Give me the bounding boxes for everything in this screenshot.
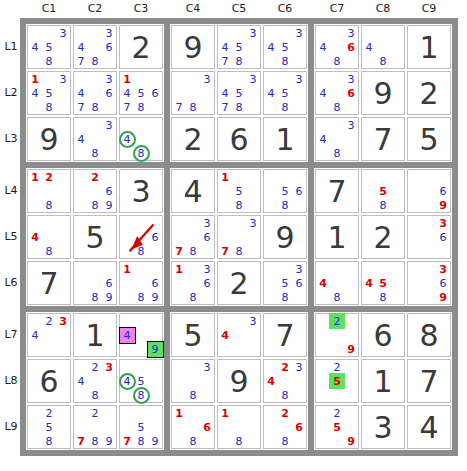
empty-pos-9 (200, 434, 214, 448)
candidate-pos-4: 4 (28, 40, 42, 54)
cell-L1C9[interactable]: 1 (407, 25, 451, 69)
solved-digit: 6 (362, 314, 404, 356)
empty-pos-5 (422, 184, 436, 198)
cell-L2C9[interactable]: 2 (407, 71, 451, 115)
empty-pos-8 (42, 342, 56, 356)
candidate-pos-4: 4 (316, 86, 330, 100)
candidate-pos-4: 4 (264, 374, 278, 388)
candidate-grid: 3458 (264, 26, 306, 68)
cell-L5C7[interactable]: 1 (315, 215, 359, 259)
candidate-pos-2: 2 (42, 170, 56, 184)
cell-L7C2[interactable]: 1 (73, 313, 117, 357)
candidate-pos-8: 8 (278, 198, 292, 212)
cell-L9C1[interactable]: 258 (27, 405, 71, 449)
empty-pos-3 (292, 406, 306, 420)
candidate-pos-3: 3 (56, 26, 70, 40)
empty-pos-3 (246, 406, 260, 420)
candidate-3: 3 (106, 120, 113, 131)
candidate-8: 8 (46, 246, 53, 257)
candidate-pos-8: 8 (232, 198, 246, 212)
candidate-pos-1: 1 (218, 170, 232, 184)
empty-pos-5 (330, 132, 344, 146)
empty-pos-2 (330, 118, 344, 132)
cell-L8C6[interactable]: 2348 (263, 359, 307, 403)
candidate-pos-4: 4 (218, 40, 232, 54)
empty-pos-6 (148, 374, 162, 388)
cell-L5C3[interactable]: 68 (119, 215, 163, 259)
empty-pos-1 (408, 262, 422, 276)
candidate-grid: 369 (408, 262, 450, 304)
cell-L3C4[interactable]: 2 (171, 117, 215, 161)
empty-pos-7 (218, 434, 232, 448)
cell-L3C7[interactable]: 348 (315, 117, 359, 161)
empty-pos-6 (246, 420, 260, 434)
cell-L6C6[interactable]: 3568 (263, 261, 307, 305)
cell-L2C1[interactable]: 13458 (27, 71, 71, 115)
empty-pos-5 (134, 276, 148, 290)
candidate-pos-6: 6 (200, 276, 214, 290)
candidate-pos-3: 3 (102, 26, 116, 40)
empty-pos-9 (56, 198, 70, 212)
cell-L9C9[interactable]: 4 (407, 405, 451, 449)
empty-pos-6 (246, 86, 260, 100)
cell-L1C3[interactable]: 2 (119, 25, 163, 69)
cell-L4C7[interactable]: 7 (315, 169, 359, 213)
cell-L7C5[interactable]: 34 (217, 313, 261, 357)
solved-digit: 9 (362, 72, 404, 114)
candidate-pos-9: 9 (148, 342, 162, 356)
solved-digit: 2 (172, 118, 214, 160)
cell-L4C5[interactable]: 158 (217, 169, 261, 213)
cell-L2C7[interactable]: 3468 (315, 71, 359, 115)
empty-pos-3 (246, 170, 260, 184)
cell-L8C7[interactable]: 25 (315, 359, 359, 403)
candidate-pos-8: 8 (88, 434, 102, 448)
empty-pos-2 (42, 72, 56, 86)
candidate-8-circle: 8 (133, 145, 150, 162)
candidate-pos-6: 6 (102, 184, 116, 198)
candidate-grid: 38 (172, 360, 214, 402)
candidate-pos-8: 8 (42, 434, 56, 448)
cell-L5C5[interactable]: 378 (217, 215, 261, 259)
candidate-pos-3: 3 (344, 118, 358, 132)
cell-L7C1[interactable]: 234 (27, 313, 71, 357)
empty-pos-7 (408, 244, 422, 258)
cell-L4C4[interactable]: 4 (171, 169, 215, 213)
empty-pos-6 (246, 328, 260, 342)
row-label-L7: L7 (0, 328, 22, 341)
empty-pos-1 (172, 360, 186, 374)
candidate-2: 2 (91, 172, 99, 183)
cell-L4C9[interactable]: 69 (407, 169, 451, 213)
cell-L2C8[interactable]: 9 (361, 71, 405, 115)
candidate-pos-5: 5 (330, 420, 344, 434)
empty-pos-5 (330, 328, 344, 342)
candidate-pos-3: 3 (436, 262, 450, 276)
empty-pos-9 (292, 434, 306, 448)
candidate-pos-3: 3 (56, 314, 70, 328)
empty-pos-6 (344, 374, 358, 388)
empty-pos-2 (134, 216, 148, 230)
candidate-8: 8 (282, 292, 289, 303)
candidate-6: 6 (204, 278, 211, 289)
candidate-grid: 378 (218, 216, 260, 258)
cell-L9C6[interactable]: 268 (263, 405, 307, 449)
candidate-pos-7: 7 (172, 244, 186, 258)
candidate-8: 8 (190, 436, 197, 447)
cell-L4C1[interactable]: 128 (27, 169, 71, 213)
empty-pos-4 (120, 420, 134, 434)
candidate-3: 3 (296, 362, 303, 373)
cell-L7C6[interactable]: 7 (263, 313, 307, 357)
candidate-4: 4 (319, 278, 327, 289)
candidate-3: 3 (250, 218, 257, 229)
cell-L1C6[interactable]: 3458 (263, 25, 307, 69)
empty-pos-6 (56, 328, 70, 342)
cell-L9C3[interactable]: 5789 (119, 405, 163, 449)
candidate-3: 3 (106, 74, 113, 85)
empty-pos-6 (292, 374, 306, 388)
empty-pos-4 (264, 184, 278, 198)
cell-L1C1[interactable]: 3458 (27, 25, 71, 69)
cell-L8C4[interactable]: 38 (171, 359, 215, 403)
empty-pos-5 (232, 420, 246, 434)
cell-L7C3[interactable]: 49 (119, 313, 163, 357)
candidate-8: 8 (92, 56, 99, 67)
candidate-pos-2: 2 (330, 314, 344, 328)
candidate-pos-3: 3 (344, 26, 358, 40)
candidate-2-green: 2 (329, 313, 345, 329)
empty-pos-7 (74, 290, 88, 304)
empty-pos-7 (264, 290, 278, 304)
solved-digit: 7 (408, 360, 450, 402)
cell-L1C8[interactable]: 48 (361, 25, 405, 69)
cell-L6C9[interactable]: 369 (407, 261, 451, 305)
candidate-7: 7 (78, 102, 85, 113)
solved-digit: 1 (408, 26, 450, 68)
cell-L2C2[interactable]: 34678 (73, 71, 117, 115)
row-label-L9: L9 (0, 420, 22, 433)
empty-pos-7 (28, 342, 42, 356)
candidate-pos-1: 1 (120, 262, 134, 276)
candidate-8: 8 (334, 56, 341, 67)
candidate-5: 5 (138, 422, 145, 433)
candidate-9: 9 (347, 344, 355, 355)
cell-L8C8[interactable]: 1 (361, 359, 405, 403)
empty-pos-9 (56, 54, 70, 68)
empty-pos-4 (218, 184, 232, 198)
cell-L7C9[interactable]: 8 (407, 313, 451, 357)
candidate-pos-1: 1 (172, 262, 186, 276)
cell-L1C4[interactable]: 9 (171, 25, 215, 69)
cell-L9C7[interactable]: 259 (315, 405, 359, 449)
cell-L4C8[interactable]: 58 (361, 169, 405, 213)
solved-digit: 1 (74, 314, 116, 356)
cell-L6C1[interactable]: 7 (27, 261, 71, 305)
cell-L6C8[interactable]: 458 (361, 261, 405, 305)
candidate-7: 7 (176, 102, 183, 113)
solved-digit: 1 (264, 118, 306, 160)
cell-L2C3[interactable]: 145678 (119, 71, 163, 115)
col-label-C3: C3 (130, 2, 152, 15)
candidate-5: 5 (236, 88, 243, 99)
cell-L8C9[interactable]: 7 (407, 359, 451, 403)
candidate-4: 4 (32, 330, 39, 341)
empty-pos-1 (408, 170, 422, 184)
candidate-pos-4: 4 (362, 40, 376, 54)
empty-pos-6 (292, 40, 306, 54)
cell-L8C1[interactable]: 6 (27, 359, 71, 403)
box-9: 2968251725934 (314, 312, 452, 450)
empty-pos-2 (232, 72, 246, 86)
candidate-pos-3: 3 (246, 26, 260, 40)
candidate-3: 3 (348, 74, 355, 85)
cell-L1C5[interactable]: 34578 (217, 25, 261, 69)
empty-pos-9 (436, 244, 450, 258)
cell-L6C7[interactable]: 48 (315, 261, 359, 305)
candidate-pos-2: 2 (88, 170, 102, 184)
empty-pos-2 (88, 72, 102, 86)
candidate-pos-9: 9 (102, 290, 116, 304)
candidate-pos-5: 5 (134, 374, 148, 388)
cell-L6C4[interactable]: 1368 (171, 261, 215, 305)
cell-L5C2[interactable]: 5 (73, 215, 117, 259)
empty-pos-7 (172, 290, 186, 304)
cell-L7C8[interactable]: 6 (361, 313, 405, 357)
cell-L5C8[interactable]: 2 (361, 215, 405, 259)
candidate-8: 8 (282, 200, 289, 211)
candidate-4: 4 (31, 232, 39, 243)
empty-pos-3 (390, 170, 404, 184)
cell-L5C6[interactable]: 9 (263, 215, 307, 259)
empty-pos-9 (56, 342, 70, 356)
candidate-pos-6: 6 (200, 230, 214, 244)
empty-pos-3 (436, 170, 450, 184)
candidate-pos-8: 8 (88, 290, 102, 304)
empty-pos-3 (56, 406, 70, 420)
empty-pos-9 (148, 388, 162, 402)
empty-pos-3 (200, 406, 214, 420)
candidate-pos-8: 8 (134, 100, 148, 114)
candidate-pos-5: 5 (376, 276, 390, 290)
candidate-pos-3: 3 (102, 72, 116, 86)
candidate-pos-8: 8 (186, 244, 200, 258)
candidate-8: 8 (138, 246, 145, 257)
sudoku-assistant-screen: C1C2C3C4C5C6C7C8C9 L1L2L3L4L5L6L7L8L9 34… (0, 0, 467, 471)
candidate-pos-8: 8 (186, 100, 200, 114)
candidate-pos-8: 8 (278, 54, 292, 68)
cell-L2C5[interactable]: 34578 (217, 71, 261, 115)
empty-pos-4 (408, 230, 422, 244)
candidate-grid: 58 (362, 170, 404, 212)
candidate-pos-5: 5 (278, 40, 292, 54)
candidate-grid: 34678 (74, 72, 116, 114)
cell-L9C2[interactable]: 2789 (73, 405, 117, 449)
cell-L3C1[interactable]: 9 (27, 117, 71, 161)
cell-L9C4[interactable]: 168 (171, 405, 215, 449)
candidate-pos-5: 5 (278, 86, 292, 100)
candidate-3: 3 (348, 28, 355, 39)
candidate-pos-8: 8 (186, 388, 200, 402)
candidate-9: 9 (106, 292, 113, 303)
cell-L3C6[interactable]: 1 (263, 117, 307, 161)
candidate-6: 6 (296, 186, 303, 197)
candidate-grid: 258 (28, 406, 70, 448)
candidate-5: 5 (46, 422, 53, 433)
cell-L9C8[interactable]: 3 (361, 405, 405, 449)
empty-pos-2 (278, 72, 292, 86)
empty-pos-5 (88, 132, 102, 146)
candidate-2: 2 (334, 362, 341, 373)
row-label-L2: L2 (0, 86, 22, 99)
candidate-grid: 348 (316, 118, 358, 160)
candidate-8: 8 (190, 292, 197, 303)
empty-pos-1 (120, 216, 134, 230)
candidate-4: 4 (78, 42, 85, 53)
candidate-2: 2 (46, 408, 53, 419)
candidate-3: 3 (250, 28, 257, 39)
candidate-pos-6: 6 (292, 184, 306, 198)
candidate-4: 4 (268, 88, 275, 99)
empty-pos-6 (56, 40, 70, 54)
candidate-8: 8 (236, 246, 243, 257)
candidate-grid: 168 (172, 406, 214, 448)
candidate-pos-2: 2 (88, 406, 102, 420)
cell-L3C5[interactable]: 6 (217, 117, 261, 161)
cell-L9C5[interactable]: 18 (217, 405, 261, 449)
empty-pos-1 (218, 26, 232, 40)
candidate-grid: 158 (218, 170, 260, 212)
empty-pos-5 (232, 328, 246, 342)
empty-pos-6 (246, 184, 260, 198)
candidate-pos-8: 8 (376, 290, 390, 304)
candidate-3: 3 (204, 74, 211, 85)
empty-pos-2 (330, 262, 344, 276)
candidate-8: 8 (92, 148, 99, 159)
cell-L7C4[interactable]: 5 (171, 313, 215, 357)
empty-pos-8 (330, 434, 344, 448)
candidate-pos-5: 5 (278, 184, 292, 198)
empty-pos-8 (422, 244, 436, 258)
candidate-4: 4 (222, 42, 229, 53)
empty-pos-7 (120, 290, 134, 304)
candidate-pos-1: 1 (172, 406, 186, 420)
candidate-8: 8 (92, 102, 99, 113)
cell-L5C1[interactable]: 48 (27, 215, 71, 259)
empty-pos-2 (232, 406, 246, 420)
candidate-pos-1: 1 (218, 406, 232, 420)
candidate-pos-8: 8 (134, 434, 148, 448)
candidate-3: 3 (106, 28, 113, 39)
candidate-pos-6: 6 (436, 276, 450, 290)
candidate-3: 3 (204, 218, 211, 229)
empty-pos-4 (316, 420, 330, 434)
candidate-2: 2 (334, 408, 341, 419)
cell-L4C3[interactable]: 3 (119, 169, 163, 213)
cell-L3C8[interactable]: 7 (361, 117, 405, 161)
empty-pos-7 (316, 54, 330, 68)
empty-pos-9 (246, 198, 260, 212)
candidate-pos-8: 8 (134, 146, 148, 160)
cell-L8C2[interactable]: 2348 (73, 359, 117, 403)
empty-pos-5 (42, 328, 56, 342)
candidate-1: 1 (31, 74, 39, 85)
candidate-grid: 2789 (74, 406, 116, 448)
candidate-pos-3: 3 (200, 72, 214, 86)
cell-L6C5[interactable]: 2 (217, 261, 261, 305)
candidate-7: 7 (123, 436, 131, 447)
empty-pos-1 (316, 360, 330, 374)
empty-pos-4 (74, 184, 88, 198)
cell-L3C3[interactable]: 48 (119, 117, 163, 161)
candidate-8: 8 (334, 292, 341, 303)
candidate-grid: 5789 (120, 406, 162, 448)
empty-pos-9 (344, 388, 358, 402)
cell-L8C3[interactable]: 458 (119, 359, 163, 403)
solved-digit: 3 (120, 170, 162, 212)
empty-pos-4 (218, 420, 232, 434)
empty-pos-7 (120, 342, 134, 356)
candidate-3: 3 (296, 264, 303, 275)
cell-L1C7[interactable]: 3468 (315, 25, 359, 69)
cell-L6C3[interactable]: 1689 (119, 261, 163, 305)
empty-pos-2 (134, 360, 148, 374)
cell-L6C2[interactable]: 689 (73, 261, 117, 305)
candidate-grid: 259 (316, 406, 358, 448)
candidate-pos-8: 8 (278, 434, 292, 448)
empty-pos-9 (56, 100, 70, 114)
cell-L1C2[interactable]: 34678 (73, 25, 117, 69)
cell-L4C6[interactable]: 568 (263, 169, 307, 213)
empty-pos-5 (330, 86, 344, 100)
candidate-5: 5 (379, 186, 387, 197)
empty-pos-9 (102, 54, 116, 68)
cell-L3C2[interactable]: 348 (73, 117, 117, 161)
empty-pos-2 (422, 170, 436, 184)
cell-L2C4[interactable]: 378 (171, 71, 215, 115)
candidate-3: 3 (439, 218, 447, 229)
empty-pos-1 (28, 26, 42, 40)
empty-pos-4 (408, 276, 422, 290)
cell-L2C6[interactable]: 3458 (263, 71, 307, 115)
candidate-pos-5: 5 (232, 184, 246, 198)
candidate-grid: 3458 (264, 72, 306, 114)
cell-L5C4[interactable]: 3678 (171, 215, 215, 259)
candidate-pos-1: 1 (120, 72, 134, 86)
cell-L7C7[interactable]: 29 (315, 313, 359, 357)
cell-L4C2[interactable]: 2689 (73, 169, 117, 213)
empty-pos-5 (88, 184, 102, 198)
candidate-8: 8 (46, 56, 53, 67)
empty-pos-1 (28, 314, 42, 328)
empty-pos-9 (246, 244, 260, 258)
candidate-8: 8 (236, 56, 243, 67)
candidate-pos-4: 4 (120, 374, 134, 388)
cell-L8C5[interactable]: 9 (217, 359, 261, 403)
candidate-9: 9 (347, 436, 355, 447)
candidate-pos-4: 4 (120, 132, 134, 146)
cell-L5C9[interactable]: 36 (407, 215, 451, 259)
col-label-C2: C2 (84, 2, 106, 15)
empty-pos-1 (120, 360, 134, 374)
candidate-grid: 68 (120, 216, 162, 258)
candidate-grid: 1689 (120, 262, 162, 304)
cell-L3C9[interactable]: 5 (407, 117, 451, 161)
empty-pos-7 (28, 54, 42, 68)
empty-pos-9 (246, 434, 260, 448)
empty-pos-7 (362, 290, 376, 304)
empty-pos-1 (316, 72, 330, 86)
